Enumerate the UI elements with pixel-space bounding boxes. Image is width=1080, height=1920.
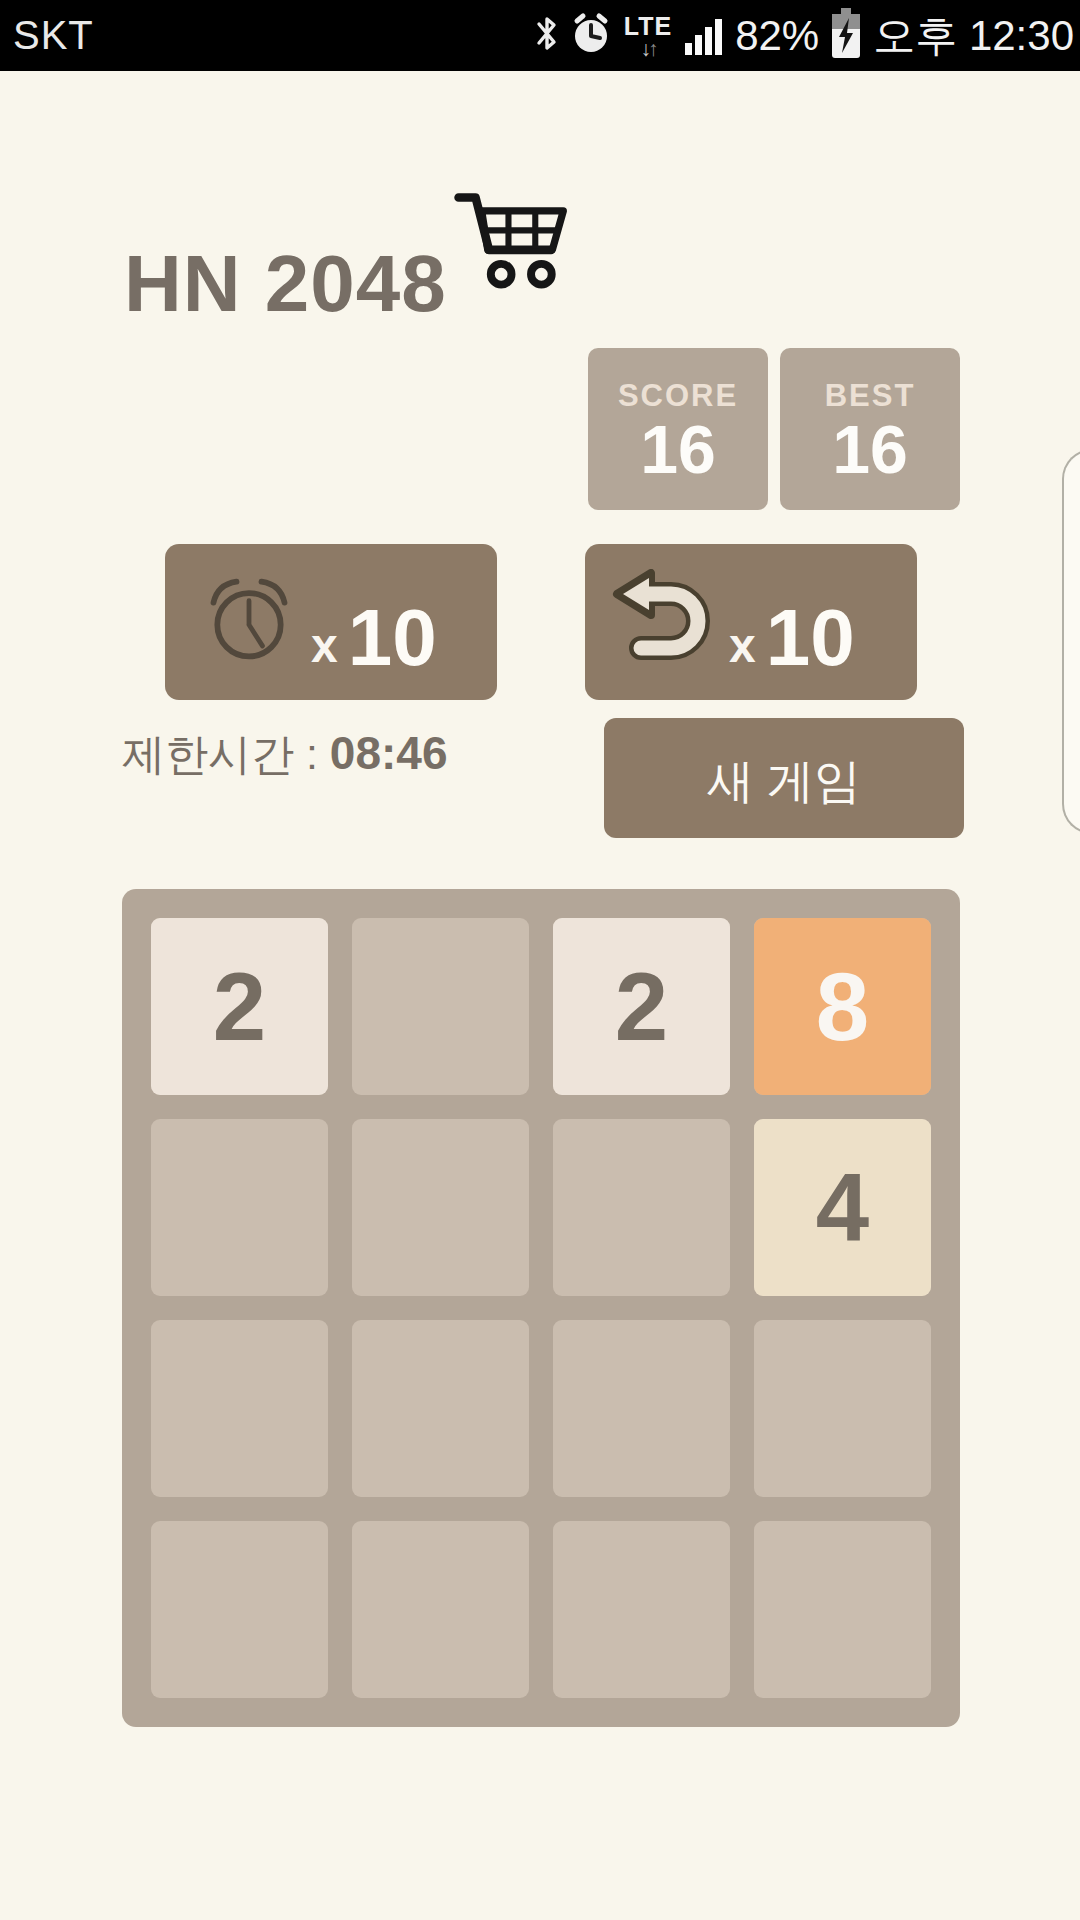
board-cell — [151, 1119, 328, 1296]
undo-item-x: x — [729, 622, 756, 670]
time-limit-value: 08:46 — [330, 727, 448, 779]
time-limit-label: 제한시간 : — [122, 730, 318, 778]
board-cell — [352, 918, 529, 1095]
tile-2: 2 — [151, 918, 328, 1095]
battery-percent-label: 82% — [735, 12, 819, 60]
app-screen: SKT LTE ↓↑ 82% — [0, 0, 1080, 1920]
bluetooth-icon — [536, 14, 558, 58]
best-box: BEST 16 — [780, 348, 960, 510]
page-title: HN 2048 — [124, 238, 447, 330]
undo-item-count: 10 — [766, 598, 855, 678]
new-game-label: 새 게임 — [707, 750, 861, 813]
undo-item-button[interactable]: x 10 — [585, 544, 917, 700]
board-grid[interactable]: 2284 — [122, 889, 960, 1727]
board-cell — [754, 1521, 931, 1698]
tile-2: 2 — [553, 918, 730, 1095]
time-item-count: 10 — [348, 598, 437, 678]
best-value: 16 — [832, 414, 908, 485]
clock-label: 오후 12:30 — [873, 8, 1074, 64]
board-cell — [754, 1320, 931, 1497]
score-label: SCORE — [618, 378, 738, 414]
board-cell — [352, 1521, 529, 1698]
board-cell — [352, 1119, 529, 1296]
tile-8: 8 — [754, 918, 931, 1095]
score-value: 16 — [640, 414, 716, 485]
board-cell — [553, 1119, 730, 1296]
time-item-button[interactable]: x 10 — [165, 544, 497, 700]
battery-charging-icon — [830, 8, 862, 64]
undo-arrow-icon — [611, 569, 715, 672]
new-game-button[interactable]: 새 게임 — [604, 718, 964, 838]
alarm-icon — [569, 12, 613, 60]
board-cell — [553, 1521, 730, 1698]
status-icons: LTE ↓↑ 82% 오후 12:30 — [536, 0, 1074, 71]
score-box: SCORE 16 — [588, 348, 768, 510]
time-item-x: x — [311, 622, 338, 670]
time-limit: 제한시간 : 08:46 — [122, 726, 448, 784]
status-bar: SKT LTE ↓↑ 82% — [0, 0, 1080, 71]
board-cell: 2 — [553, 918, 730, 1095]
signal-strength-icon — [685, 17, 722, 55]
board-cell: 4 — [754, 1119, 931, 1296]
board-cell — [553, 1320, 730, 1497]
alarm-clock-icon — [201, 569, 297, 672]
lte-updown-icon: LTE ↓↑ — [624, 14, 672, 59]
board-cell: 2 — [151, 918, 328, 1095]
board-cell — [151, 1320, 328, 1497]
board-cell — [352, 1320, 529, 1497]
lte-label: LTE — [624, 14, 672, 39]
board-cell — [151, 1521, 328, 1698]
board-cell: 8 — [754, 918, 931, 1095]
tile-4: 4 — [754, 1119, 931, 1296]
best-label: BEST — [825, 378, 916, 414]
shopping-cart-icon[interactable] — [450, 186, 584, 304]
side-peek-handle[interactable] — [1062, 449, 1080, 834]
carrier-label: SKT — [13, 0, 94, 71]
